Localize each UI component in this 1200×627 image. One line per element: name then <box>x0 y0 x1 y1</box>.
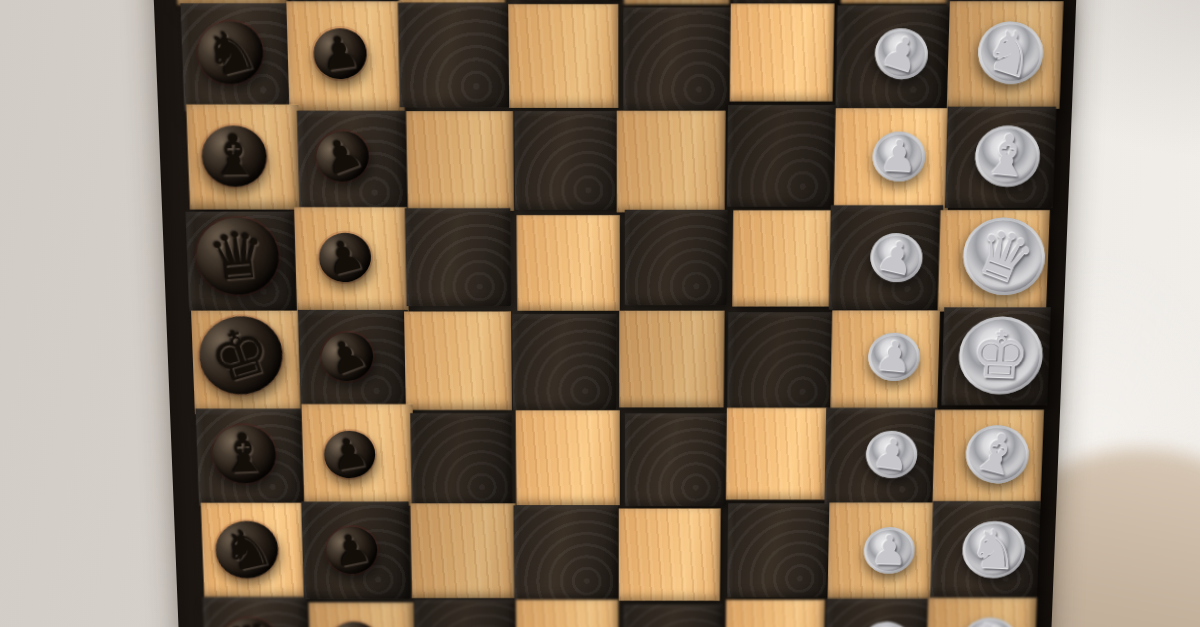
dark-wood-block <box>625 413 727 506</box>
square-g4[interactable] <box>620 505 725 600</box>
square-g7[interactable]: ♟ <box>304 505 411 600</box>
square-b2[interactable]: ♟ <box>838 4 950 108</box>
black-pawn-glyph: ♟ <box>317 29 362 77</box>
square-e5[interactable] <box>513 310 620 408</box>
square-g5[interactable] <box>515 505 620 600</box>
chessboard-frame: ♜♟♟♜♞♟♟♞♝♟♟♝♛♟♟♛♚♟♟♚♝♟♟♝♞♟♟♞♜♟♟♜ <box>149 0 1081 627</box>
white-pawn-glyph: ♟ <box>872 335 914 379</box>
square-e7[interactable]: ♟ <box>299 310 408 408</box>
black-pawn-f7[interactable]: ♟ <box>326 431 371 477</box>
light-wood-block <box>619 509 721 601</box>
square-e4[interactable] <box>620 310 727 408</box>
square-c6[interactable] <box>402 108 512 210</box>
light-wood-block <box>732 210 837 306</box>
dark-wood-block <box>625 210 728 305</box>
white-king-glyph: ♚ <box>968 322 1031 389</box>
dark-wood-block <box>514 111 620 210</box>
black-pawn-b7[interactable]: ♟ <box>317 29 362 77</box>
square-b6[interactable] <box>400 4 511 108</box>
square-c1[interactable]: ♝ <box>944 108 1056 210</box>
white-queen-d1[interactable]: ♛ <box>965 216 1043 296</box>
square-d4[interactable] <box>620 210 728 310</box>
white-pawn-c2[interactable]: ♟ <box>877 134 919 179</box>
black-rook-glyph: ♜ <box>224 618 275 627</box>
square-f4[interactable] <box>620 408 726 505</box>
square-d3[interactable] <box>727 210 836 310</box>
dark-wood-block <box>624 604 723 627</box>
white-knight-g1[interactable]: ♞ <box>967 522 1020 577</box>
light-wood-block <box>617 111 726 212</box>
dark-wood-block <box>512 314 616 410</box>
square-h1[interactable]: ♜ <box>930 600 1037 627</box>
square-h7[interactable]: ♟ <box>307 600 413 627</box>
white-pawn-g2[interactable]: ♟ <box>869 530 907 571</box>
black-bishop-glyph: ♝ <box>217 426 270 481</box>
light-wood-block <box>404 312 512 410</box>
light-wood-block <box>517 215 620 311</box>
square-d6[interactable] <box>404 210 513 310</box>
board-perspective-wrapper: ♜♟♟♜♞♟♟♞♝♟♟♝♛♟♟♛♚♟♟♚♝♟♟♝♞♟♟♞♜♟♟♜ <box>149 0 1081 627</box>
white-pawn-e2[interactable]: ♟ <box>872 335 914 379</box>
square-h5[interactable] <box>516 600 620 627</box>
black-rook-h8[interactable]: ♜ <box>224 618 275 627</box>
square-d2[interactable]: ♟ <box>834 210 944 310</box>
white-pawn-glyph: ♟ <box>869 432 913 477</box>
square-f3[interactable] <box>725 408 832 505</box>
square-e8[interactable]: ♚ <box>192 310 302 408</box>
black-queen-d8[interactable]: ♛ <box>204 222 269 291</box>
square-e6[interactable] <box>406 310 514 408</box>
square-f6[interactable] <box>408 408 515 505</box>
white-pawn-glyph: ♟ <box>869 530 907 571</box>
white-pawn-d2[interactable]: ♟ <box>872 233 919 282</box>
square-h3[interactable] <box>723 600 828 627</box>
black-bishop-glyph: ♝ <box>207 127 259 184</box>
square-f5[interactable] <box>514 408 620 505</box>
square-g2[interactable]: ♟ <box>828 505 935 600</box>
light-wood-block <box>841 0 954 3</box>
white-king-e1[interactable]: ♚ <box>968 322 1031 389</box>
square-h2[interactable]: ♟ <box>827 600 933 627</box>
square-d1[interactable]: ♛ <box>941 210 1052 310</box>
dark-wood-block <box>405 208 512 306</box>
black-queen-glyph: ♛ <box>204 222 269 291</box>
black-pawn-e7[interactable]: ♟ <box>321 331 371 383</box>
square-f8[interactable]: ♝ <box>196 408 305 505</box>
square-d5[interactable] <box>512 210 620 310</box>
black-pawn-glyph: ♟ <box>326 431 371 477</box>
square-g8[interactable]: ♞ <box>199 505 307 600</box>
white-pawn-f2[interactable]: ♟ <box>869 432 913 477</box>
light-wood-block <box>730 4 835 102</box>
white-pawn-glyph: ♟ <box>877 134 919 179</box>
photo-scene: ♜♟♟♜♞♟♟♞♝♟♟♝♛♟♟♛♚♟♟♚♝♟♟♝♞♟♟♞♜♟♟♜ <box>0 0 1200 627</box>
black-pawn-h7[interactable]: ♟ <box>333 624 374 627</box>
square-e3[interactable] <box>726 310 834 408</box>
dark-wood-block <box>414 600 517 627</box>
square-f1[interactable]: ♝ <box>935 408 1044 505</box>
square-c5[interactable] <box>511 108 620 210</box>
light-wood-block <box>726 408 828 500</box>
dark-wood-block <box>410 413 512 505</box>
black-bishop-f8[interactable]: ♝ <box>217 426 270 481</box>
square-h4[interactable] <box>620 600 724 627</box>
white-knight-glyph: ♞ <box>967 522 1020 577</box>
square-e2[interactable]: ♟ <box>832 310 941 408</box>
chessboard: ♜♟♟♜♞♟♟♞♝♟♟♝♛♟♟♛♚♟♟♚♝♟♟♝♞♟♟♞♜♟♟♜ <box>177 0 1064 627</box>
square-g1[interactable]: ♞ <box>933 505 1041 600</box>
square-d8[interactable]: ♛ <box>188 210 299 310</box>
square-b8[interactable]: ♞ <box>181 4 294 108</box>
light-wood-block <box>619 311 724 408</box>
square-g6[interactable] <box>410 505 516 600</box>
dark-wood-block <box>727 312 836 411</box>
square-b5[interactable] <box>510 4 620 108</box>
light-wood-block <box>410 503 516 598</box>
square-b4[interactable] <box>620 4 730 108</box>
square-g3[interactable] <box>724 505 830 600</box>
dark-wood-block <box>513 505 618 599</box>
square-f2[interactable]: ♟ <box>830 408 938 505</box>
light-wood-block <box>725 600 825 627</box>
square-f7[interactable]: ♟ <box>302 408 410 505</box>
square-b7[interactable]: ♟ <box>291 4 403 108</box>
dark-wood-block <box>727 503 832 597</box>
square-c3[interactable] <box>728 108 838 210</box>
light-wood-block <box>516 600 618 627</box>
square-b1[interactable]: ♞ <box>947 4 1060 108</box>
white-bishop-c1[interactable]: ♝ <box>978 125 1035 186</box>
square-b3[interactable] <box>729 4 840 108</box>
dark-wood-block <box>727 105 837 207</box>
light-wood-block <box>406 111 513 211</box>
square-c7[interactable]: ♟ <box>293 108 404 210</box>
black-pawn-glyph: ♟ <box>333 624 374 627</box>
dark-wood-block <box>624 7 733 109</box>
light-wood-block <box>508 4 618 108</box>
square-c8[interactable]: ♝ <box>185 108 297 210</box>
black-pawn-g7[interactable]: ♟ <box>329 527 374 573</box>
dark-wood-block <box>398 3 510 108</box>
light-wood-block <box>516 410 620 505</box>
square-c4[interactable] <box>620 108 729 210</box>
square-c2[interactable]: ♟ <box>836 108 947 210</box>
square-h8[interactable]: ♜ <box>203 600 310 627</box>
black-pawn-c7[interactable]: ♟ <box>316 130 367 183</box>
black-bishop-c8[interactable]: ♝ <box>207 127 259 184</box>
black-pawn-d7[interactable]: ♟ <box>320 232 368 282</box>
square-h6[interactable] <box>411 600 516 627</box>
square-e1[interactable]: ♚ <box>938 310 1048 408</box>
white-pawn-b2[interactable]: ♟ <box>876 27 926 80</box>
white-bishop-glyph: ♝ <box>978 125 1035 186</box>
dark-wood-block <box>514 0 620 1</box>
black-king-e8[interactable]: ♚ <box>202 316 279 395</box>
square-d7[interactable]: ♟ <box>296 210 406 310</box>
